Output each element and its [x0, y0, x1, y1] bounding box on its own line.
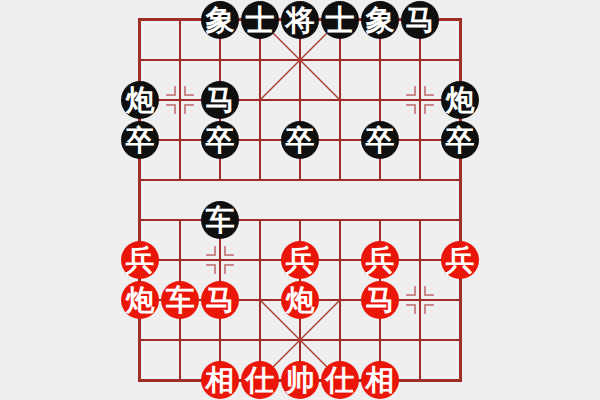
intersection[interactable]: 炮 [120, 80, 160, 120]
red-elephant[interactable]: 相 [201, 361, 239, 399]
intersection[interactable]: 马 [200, 80, 240, 120]
intersection[interactable]: 炮 [280, 280, 320, 320]
red-cannon[interactable]: 炮 [121, 281, 159, 319]
intersection[interactable]: 卒 [280, 120, 320, 160]
intersection[interactable] [240, 120, 280, 160]
intersection[interactable]: 象 [200, 0, 240, 40]
intersection[interactable] [440, 0, 480, 40]
intersection[interactable] [120, 40, 160, 80]
black-advisor[interactable]: 士 [321, 1, 359, 39]
intersection[interactable] [240, 40, 280, 80]
intersection[interactable]: 士 [320, 0, 360, 40]
red-soldier[interactable]: 兵 [441, 241, 479, 279]
intersection[interactable] [320, 80, 360, 120]
intersection[interactable] [280, 40, 320, 80]
intersection[interactable] [440, 360, 480, 400]
xiangqi-app: 象士将士象马炮马炮卒卒卒卒卒车兵兵兵兵炮车马炮马相仕帅仕相 [0, 0, 600, 400]
intersection[interactable] [320, 160, 360, 200]
black-soldier[interactable]: 卒 [281, 121, 319, 159]
intersection[interactable] [240, 280, 280, 320]
intersection[interactable] [160, 200, 200, 240]
intersection[interactable]: 象 [360, 0, 400, 40]
intersection[interactable] [320, 320, 360, 360]
black-soldier[interactable]: 卒 [361, 121, 399, 159]
red-general[interactable]: 帅 [281, 361, 319, 399]
red-advisor[interactable]: 仕 [241, 361, 279, 399]
intersection[interactable] [240, 160, 280, 200]
intersection[interactable] [320, 40, 360, 80]
intersection[interactable] [400, 240, 440, 280]
intersection[interactable] [120, 0, 160, 40]
black-general[interactable]: 将 [281, 1, 319, 39]
black-horse[interactable]: 马 [401, 1, 439, 39]
black-cannon[interactable]: 炮 [441, 81, 479, 119]
intersection[interactable]: 卒 [120, 120, 160, 160]
intersection[interactable]: 兵 [360, 240, 400, 280]
intersection[interactable] [160, 0, 200, 40]
intersection[interactable]: 马 [400, 0, 440, 40]
intersection[interactable]: 士 [240, 0, 280, 40]
intersection[interactable] [120, 360, 160, 400]
black-advisor[interactable]: 士 [241, 1, 279, 39]
xiangqi-board[interactable]: 象士将士象马炮马炮卒卒卒卒卒车兵兵兵兵炮车马炮马相仕帅仕相 [120, 0, 480, 400]
intersection[interactable] [120, 200, 160, 240]
intersection[interactable] [240, 200, 280, 240]
intersection[interactable] [360, 40, 400, 80]
black-soldier[interactable]: 卒 [201, 121, 239, 159]
red-elephant[interactable]: 相 [361, 361, 399, 399]
intersection[interactable] [200, 160, 240, 200]
intersection[interactable] [320, 120, 360, 160]
intersection[interactable] [400, 80, 440, 120]
red-horse[interactable]: 马 [201, 281, 239, 319]
intersection[interactable] [120, 160, 160, 200]
black-chariot[interactable]: 车 [201, 201, 239, 239]
intersection[interactable]: 兵 [280, 240, 320, 280]
intersection[interactable] [200, 240, 240, 280]
intersection[interactable]: 卒 [360, 120, 400, 160]
intersection[interactable]: 相 [360, 360, 400, 400]
intersection[interactable] [440, 200, 480, 240]
black-soldier[interactable]: 卒 [121, 121, 159, 159]
intersection[interactable] [440, 320, 480, 360]
intersection[interactable]: 炮 [120, 280, 160, 320]
intersection[interactable]: 帅 [280, 360, 320, 400]
intersection[interactable] [240, 240, 280, 280]
intersection[interactable]: 卒 [440, 120, 480, 160]
intersection[interactable] [360, 80, 400, 120]
intersection[interactable]: 车 [200, 200, 240, 240]
intersection[interactable] [120, 320, 160, 360]
intersection[interactable] [400, 160, 440, 200]
intersection[interactable]: 马 [360, 280, 400, 320]
intersection[interactable] [200, 320, 240, 360]
intersection[interactable] [440, 40, 480, 80]
black-horse[interactable]: 马 [201, 81, 239, 119]
red-soldier[interactable]: 兵 [281, 241, 319, 279]
intersection[interactable]: 仕 [320, 360, 360, 400]
intersection[interactable] [160, 120, 200, 160]
intersection[interactable] [160, 80, 200, 120]
red-cannon[interactable]: 炮 [281, 281, 319, 319]
intersection[interactable] [200, 40, 240, 80]
red-chariot[interactable]: 车 [161, 281, 199, 319]
intersection[interactable]: 兵 [440, 240, 480, 280]
intersection[interactable]: 卒 [200, 120, 240, 160]
intersection[interactable] [160, 240, 200, 280]
intersection[interactable] [360, 200, 400, 240]
intersection[interactable] [400, 320, 440, 360]
red-horse[interactable]: 马 [361, 281, 399, 319]
intersection[interactable] [400, 360, 440, 400]
intersection[interactable]: 马 [200, 280, 240, 320]
intersection[interactable] [400, 200, 440, 240]
intersection[interactable] [160, 160, 200, 200]
intersection[interactable] [320, 200, 360, 240]
intersection[interactable] [280, 320, 320, 360]
intersection[interactable] [160, 40, 200, 80]
intersection[interactable] [400, 120, 440, 160]
intersection[interactable]: 相 [200, 360, 240, 400]
intersection[interactable] [320, 280, 360, 320]
intersection[interactable] [440, 160, 480, 200]
intersection[interactable] [320, 240, 360, 280]
intersection[interactable] [280, 80, 320, 120]
black-elephant[interactable]: 象 [201, 1, 239, 39]
intersection[interactable] [440, 280, 480, 320]
black-elephant[interactable]: 象 [361, 1, 399, 39]
black-cannon[interactable]: 炮 [121, 81, 159, 119]
intersection[interactable] [400, 280, 440, 320]
intersection[interactable] [240, 320, 280, 360]
red-soldier[interactable]: 兵 [121, 241, 159, 279]
intersection[interactable] [160, 360, 200, 400]
intersection[interactable]: 仕 [240, 360, 280, 400]
intersection[interactable] [160, 320, 200, 360]
black-soldier[interactable]: 卒 [441, 121, 479, 159]
intersection[interactable] [360, 320, 400, 360]
intersection[interactable] [400, 40, 440, 80]
intersection[interactable]: 车 [160, 280, 200, 320]
intersection[interactable] [360, 160, 400, 200]
intersection[interactable] [240, 80, 280, 120]
intersection[interactable] [280, 160, 320, 200]
red-soldier[interactable]: 兵 [361, 241, 399, 279]
intersection[interactable]: 炮 [440, 80, 480, 120]
intersection[interactable] [280, 200, 320, 240]
intersection[interactable]: 兵 [120, 240, 160, 280]
red-advisor[interactable]: 仕 [321, 361, 359, 399]
intersection[interactable]: 将 [280, 0, 320, 40]
